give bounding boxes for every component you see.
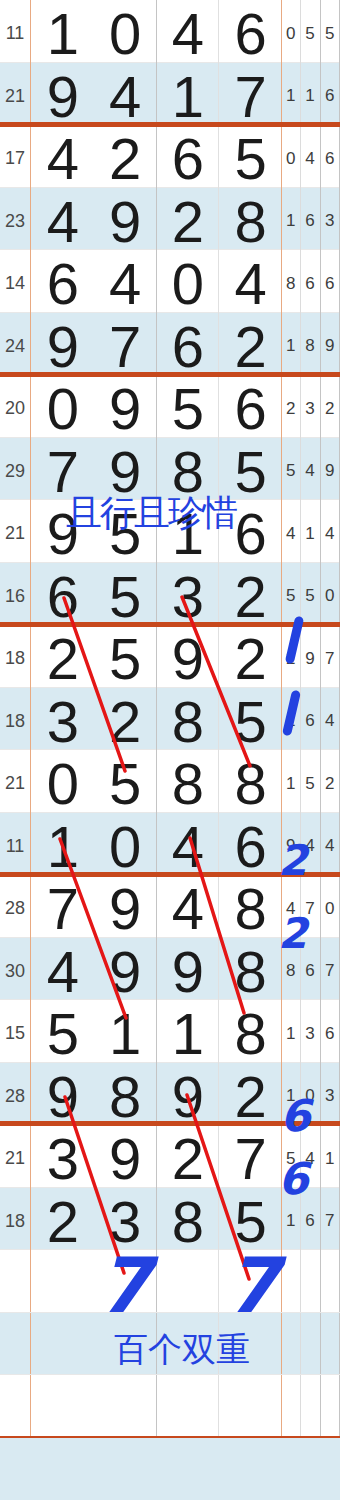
stat-cell: 1 (301, 63, 321, 130)
stat-cell: 2 (321, 375, 340, 442)
sum-cell (0, 1438, 31, 1500)
digit-cell: 2 (219, 313, 282, 380)
digit-cell: 9 (31, 63, 94, 130)
digit-cell: 0 (157, 250, 220, 317)
digit-cell: 4 (31, 125, 94, 192)
stat-cell: 7 (321, 625, 340, 692)
stat-cell: 6 (321, 63, 340, 130)
digit-cell: 4 (31, 938, 94, 1005)
annotation-text-hundreds-double: 百个双重 (114, 1332, 250, 1366)
digit-cell: 6 (219, 813, 282, 880)
chart-row: 297985549 (0, 438, 340, 501)
stat-cell: 5 (301, 750, 321, 817)
stat-cell: 6 (301, 688, 321, 755)
digit-cell: 8 (219, 188, 282, 255)
digit-cell: 0 (94, 0, 157, 67)
handwritten-digit-6: 6 (278, 1157, 309, 1201)
digit-cell: 6 (157, 125, 220, 192)
digit-cell: 5 (94, 625, 157, 692)
stat-cell: 8 (282, 250, 301, 317)
digit-cell: 3 (157, 563, 220, 630)
digit-cell: 2 (157, 188, 220, 255)
digit-cell: 0 (94, 813, 157, 880)
stat-cell: 8 (301, 313, 321, 380)
digit-cell: 4 (219, 250, 282, 317)
stat-cell (321, 1250, 340, 1312)
digit-cell: 6 (157, 313, 220, 380)
digit-cell (94, 1438, 157, 1500)
digit-cell: 2 (94, 688, 157, 755)
chart-row: 111046055 (0, 0, 340, 63)
digit-cell: 9 (94, 1125, 157, 1192)
annotation-text-cherish: 且行且珍惜 (66, 495, 236, 531)
stat-cell (301, 1438, 321, 1500)
stat-cell: 3 (301, 1000, 321, 1067)
digit-cell: 4 (31, 188, 94, 255)
digit-cell: 2 (219, 563, 282, 630)
sum-cell: 14 (0, 250, 31, 317)
stat-cell: 4 (301, 125, 321, 192)
stat-cell: 1 (282, 750, 301, 817)
sum-cell (0, 1313, 31, 1375)
digit-cell (219, 1375, 282, 1437)
digit-cell: 2 (157, 1125, 220, 1192)
digit-cell: 7 (31, 875, 94, 942)
digit-cell: 9 (157, 938, 220, 1005)
stat-cell: 5 (282, 438, 301, 505)
stat-cell (321, 1375, 340, 1437)
sum-cell: 11 (0, 813, 31, 880)
stat-cell: 0 (321, 563, 340, 630)
digit-cell (94, 1375, 157, 1437)
chart-row: 219417116 (0, 63, 340, 126)
stat-cell: 6 (321, 250, 340, 317)
sum-cell: 23 (0, 188, 31, 255)
stat-cell: 6 (301, 188, 321, 255)
stat-cell: 6 (321, 1000, 340, 1067)
stat-cell: 4 (301, 438, 321, 505)
digit-cell: 2 (219, 1063, 282, 1130)
digit-cell: 2 (219, 625, 282, 692)
chart-row (0, 1250, 340, 1313)
stat-cell: 3 (321, 1063, 340, 1130)
digit-cell: 9 (157, 1063, 220, 1130)
group-separator-line (0, 372, 340, 377)
handwritten-digit-7: 7 (98, 1248, 151, 1324)
stat-cell: 5 (301, 0, 321, 67)
sum-cell: 21 (0, 1125, 31, 1192)
digit-cell: 7 (219, 63, 282, 130)
sum-cell: 16 (0, 563, 31, 630)
digit-cell: 5 (31, 1000, 94, 1067)
digit-cell: 6 (31, 563, 94, 630)
digit-cell: 8 (219, 750, 282, 817)
digit-cell: 0 (31, 750, 94, 817)
digit-cell: 4 (94, 63, 157, 130)
digit-cell: 8 (219, 1000, 282, 1067)
digit-cell: 9 (94, 188, 157, 255)
sum-cell: 28 (0, 1063, 31, 1130)
digit-cell: 1 (157, 63, 220, 130)
stat-cell: 4 (282, 500, 301, 567)
handwritten-digit-7: 7 (226, 1248, 279, 1324)
digit-cell: 5 (94, 750, 157, 817)
stat-cell: 9 (301, 625, 321, 692)
chart-row: 210588152 (0, 750, 340, 813)
sum-cell (0, 1250, 31, 1312)
digit-cell: 2 (31, 625, 94, 692)
stat-cell: 3 (301, 375, 321, 442)
stat-cell (282, 1375, 301, 1437)
digit-cell: 8 (157, 688, 220, 755)
stat-cell: 7 (321, 938, 340, 1005)
stat-cell (301, 1250, 321, 1312)
stat-cell (321, 1438, 340, 1500)
digit-cell: 1 (94, 1000, 157, 1067)
stat-cell: 0 (282, 125, 301, 192)
stat-cell (301, 1375, 321, 1437)
digit-cell: 5 (219, 125, 282, 192)
digit-cell (31, 1250, 94, 1312)
stat-cell (301, 1313, 321, 1375)
group-separator-line (0, 122, 340, 127)
digit-cell: 9 (157, 625, 220, 692)
sum-cell: 21 (0, 750, 31, 817)
digit-cell: 4 (157, 0, 220, 67)
digit-cell (219, 1438, 282, 1500)
digit-cell: 8 (157, 750, 220, 817)
sum-cell: 24 (0, 313, 31, 380)
digit-cell: 3 (31, 1125, 94, 1192)
digit-cell: 9 (31, 313, 94, 380)
sum-cell: 11 (0, 0, 31, 67)
digit-cell: 4 (94, 250, 157, 317)
stat-cell: 9 (321, 313, 340, 380)
digit-cell: 5 (157, 375, 220, 442)
stat-cell (282, 1313, 301, 1375)
group-separator-line (0, 1436, 340, 1438)
stat-cell: 1 (282, 313, 301, 380)
digit-cell: 6 (219, 375, 282, 442)
group-separator-line (0, 622, 340, 627)
digit-cell: 9 (31, 1063, 94, 1130)
stat-cell (282, 1250, 301, 1312)
digit-cell: 5 (219, 688, 282, 755)
chart-row: 155118136 (0, 1000, 340, 1063)
sum-cell: 17 (0, 125, 31, 192)
stat-cell: 1 (282, 188, 301, 255)
digit-cell (157, 1438, 220, 1500)
digit-cell: 2 (31, 1188, 94, 1255)
digit-cell: 0 (31, 375, 94, 442)
digit-cell: 7 (94, 313, 157, 380)
stat-cell: 2 (321, 750, 340, 817)
digit-cell: 2 (94, 125, 157, 192)
chart-row: 234928163 (0, 188, 340, 251)
stat-cell: 1 (321, 1125, 340, 1192)
chart-row: 174265046 (0, 125, 340, 188)
chart-row (0, 1438, 340, 1500)
digit-cell (157, 1375, 220, 1437)
digit-cell: 1 (157, 1000, 220, 1067)
digit-cell: 9 (94, 875, 157, 942)
digit-cell (31, 1313, 94, 1375)
chart-row (0, 1375, 340, 1438)
chart-row: 146404866 (0, 250, 340, 313)
sum-cell: 18 (0, 1188, 31, 1255)
stat-cell: 4 (321, 813, 340, 880)
digit-cell: 8 (219, 938, 282, 1005)
stat-cell (321, 1313, 340, 1375)
handwritten-digit-2: 2 (278, 913, 307, 955)
stat-cell: 5 (321, 0, 340, 67)
stat-cell: 6 (301, 250, 321, 317)
digit-cell: 9 (94, 938, 157, 1005)
digit-cell: 8 (94, 1063, 157, 1130)
stat-cell: 0 (321, 875, 340, 942)
digit-cell: 8 (219, 875, 282, 942)
stat-cell: 2 (282, 375, 301, 442)
digit-cell: 6 (31, 250, 94, 317)
stat-cell: 7 (321, 1188, 340, 1255)
digit-cell: 1 (31, 813, 94, 880)
stat-cell: 4 (321, 688, 340, 755)
sum-cell: 21 (0, 500, 31, 567)
sum-cell: 15 (0, 1000, 31, 1067)
stat-cell: 0 (282, 0, 301, 67)
chart-row: 166532550 (0, 563, 340, 626)
digit-cell: 7 (219, 1125, 282, 1192)
chart-row: 200956232 (0, 375, 340, 438)
digit-cell: 4 (157, 813, 220, 880)
handwritten-digit-2: 2 (278, 840, 307, 882)
stat-cell: 1 (282, 1000, 301, 1067)
stat-cell: 9 (321, 438, 340, 505)
chart-row: 249762189 (0, 313, 340, 376)
sum-cell: 20 (0, 375, 31, 442)
digit-cell: 1 (31, 0, 94, 67)
sum-cell: 28 (0, 875, 31, 942)
digit-cell: 3 (31, 688, 94, 755)
digit-cell: 9 (94, 375, 157, 442)
stat-cell: 1 (301, 500, 321, 567)
sum-cell: 21 (0, 63, 31, 130)
digit-cell (31, 1438, 94, 1500)
digit-cell: 6 (219, 0, 282, 67)
digit-cell (31, 1375, 94, 1437)
chart-rows: 1110460552194171161742650462349281631464… (0, 0, 340, 1500)
digit-cell: 5 (94, 563, 157, 630)
sum-cell: 18 (0, 625, 31, 692)
digit-cell: 4 (157, 875, 220, 942)
handwritten-digit-6: 6 (280, 1094, 311, 1138)
lottery-trend-chart: 1110460552194171161742650462349281631464… (0, 0, 340, 1500)
sum-cell: 29 (0, 438, 31, 505)
sum-cell (0, 1375, 31, 1437)
digit-cell: 8 (157, 1188, 220, 1255)
sum-cell: 30 (0, 938, 31, 1005)
stat-cell: 1 (282, 63, 301, 130)
stat-cell: 6 (321, 125, 340, 192)
digit-cell (157, 1250, 220, 1312)
stat-cell: 3 (321, 188, 340, 255)
stat-cell (282, 1438, 301, 1500)
stat-cell: 4 (321, 500, 340, 567)
sum-cell: 18 (0, 688, 31, 755)
